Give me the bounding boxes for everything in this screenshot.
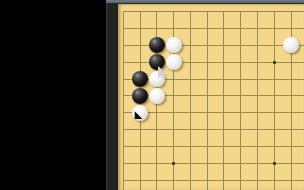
goban-cell[interactable] <box>274 112 291 129</box>
goban-cell[interactable] <box>223 129 240 146</box>
goban-cell[interactable] <box>291 146 304 163</box>
goban-cell[interactable] <box>207 163 224 180</box>
goban-cell[interactable] <box>274 163 291 180</box>
goban-cell[interactable] <box>173 180 190 190</box>
goban-cell[interactable] <box>207 112 224 129</box>
goban-cell[interactable] <box>257 129 274 146</box>
goban-cell[interactable] <box>156 129 173 146</box>
goban-cell[interactable] <box>240 95 257 112</box>
goban-cell[interactable] <box>240 45 257 62</box>
goban-cell[interactable] <box>240 28 257 45</box>
goban-cell[interactable] <box>291 95 304 112</box>
goban-cell[interactable] <box>156 112 173 129</box>
goban-cell[interactable] <box>223 45 240 62</box>
goban-cell[interactable] <box>223 146 240 163</box>
goban-cell[interactable] <box>257 11 274 28</box>
goban-cell[interactable] <box>257 163 274 180</box>
goban-cell[interactable] <box>240 112 257 129</box>
goban-cell[interactable] <box>240 11 257 28</box>
goban-cell[interactable] <box>240 79 257 96</box>
goban-cell[interactable] <box>123 45 140 62</box>
go-board[interactable] <box>118 4 304 190</box>
goban-cell[interactable] <box>123 11 140 28</box>
goban-cell[interactable] <box>156 180 173 190</box>
goban-cell[interactable] <box>140 146 157 163</box>
goban-cell[interactable] <box>223 79 240 96</box>
goban-cell[interactable] <box>190 146 207 163</box>
goban-cell[interactable] <box>257 45 274 62</box>
star-point <box>172 162 175 165</box>
white-stone <box>166 54 182 70</box>
goban-cell[interactable] <box>223 62 240 79</box>
goban-cell[interactable] <box>223 11 240 28</box>
white-stone <box>166 37 182 53</box>
goban-cell[interactable] <box>173 11 190 28</box>
star-point <box>273 61 276 64</box>
goban-cell[interactable] <box>207 146 224 163</box>
goban-cell[interactable] <box>257 95 274 112</box>
goban-cell[interactable] <box>274 129 291 146</box>
white-stone <box>149 88 165 104</box>
goban-cell[interactable] <box>190 129 207 146</box>
goban-cell[interactable] <box>207 62 224 79</box>
goban-cell[interactable] <box>173 79 190 96</box>
goban-cell[interactable] <box>123 146 140 163</box>
goban-cell[interactable] <box>123 129 140 146</box>
goban-cell[interactable] <box>207 180 224 190</box>
goban-cell[interactable] <box>173 95 190 112</box>
goban-cell[interactable] <box>190 45 207 62</box>
goban-cell[interactable] <box>240 129 257 146</box>
goban-cell[interactable] <box>140 129 157 146</box>
goban-cell[interactable] <box>207 11 224 28</box>
goban-cell[interactable] <box>291 129 304 146</box>
goban-cell[interactable] <box>190 112 207 129</box>
goban-cell[interactable] <box>190 163 207 180</box>
goban-cell[interactable] <box>190 28 207 45</box>
star-point <box>273 162 276 165</box>
goban-cell[interactable] <box>207 45 224 62</box>
video-letterbox-left <box>0 0 106 190</box>
goban-cell[interactable] <box>223 163 240 180</box>
goban-cell[interactable] <box>140 11 157 28</box>
goban-cell[interactable] <box>240 62 257 79</box>
goban-cell[interactable] <box>274 11 291 28</box>
goban-cell[interactable] <box>291 112 304 129</box>
goban-cell[interactable] <box>291 79 304 96</box>
goban-cell[interactable] <box>123 180 140 190</box>
goban-cell[interactable] <box>190 79 207 96</box>
goban-cell[interactable] <box>257 146 274 163</box>
goban-cell[interactable] <box>291 163 304 180</box>
goban-cell[interactable] <box>207 28 224 45</box>
goban-cell[interactable] <box>173 129 190 146</box>
goban-cell[interactable] <box>173 112 190 129</box>
goban-cell[interactable] <box>223 180 240 190</box>
goban-cell[interactable] <box>140 180 157 190</box>
goban-cell[interactable] <box>223 28 240 45</box>
window-edge-strip <box>106 0 118 190</box>
goban-cell[interactable] <box>257 62 274 79</box>
goban-cell[interactable] <box>190 180 207 190</box>
goban-cell[interactable] <box>223 95 240 112</box>
goban-cell[interactable] <box>274 95 291 112</box>
goban-cell[interactable] <box>123 28 140 45</box>
goban-cell[interactable] <box>223 112 240 129</box>
goban-cell[interactable] <box>207 129 224 146</box>
goban-cell[interactable] <box>240 163 257 180</box>
goban-cell[interactable] <box>291 11 304 28</box>
goban-cell[interactable] <box>140 163 157 180</box>
goban-cell[interactable] <box>123 163 140 180</box>
goban-cell[interactable] <box>257 180 274 190</box>
goban-cell[interactable] <box>291 62 304 79</box>
goban-cell[interactable] <box>173 163 190 180</box>
goban-cell[interactable] <box>291 180 304 190</box>
goban-cell[interactable] <box>190 11 207 28</box>
goban-cell[interactable] <box>190 95 207 112</box>
goban-cell[interactable] <box>156 146 173 163</box>
goban-cell[interactable] <box>190 62 207 79</box>
goban-cell[interactable] <box>173 146 190 163</box>
goban-cell[interactable] <box>274 180 291 190</box>
goban-cell[interactable] <box>274 62 291 79</box>
goban-cell[interactable] <box>156 11 173 28</box>
goban-cell[interactable] <box>257 28 274 45</box>
goban-cell[interactable] <box>257 112 274 129</box>
goban-cell[interactable] <box>274 146 291 163</box>
goban-cell[interactable] <box>274 79 291 96</box>
goban-cell[interactable] <box>240 146 257 163</box>
goban-cell[interactable] <box>156 163 173 180</box>
goban-cell[interactable] <box>257 79 274 96</box>
goban-cell[interactable] <box>240 180 257 190</box>
goban-cell[interactable] <box>207 79 224 96</box>
goban-cell[interactable] <box>207 95 224 112</box>
